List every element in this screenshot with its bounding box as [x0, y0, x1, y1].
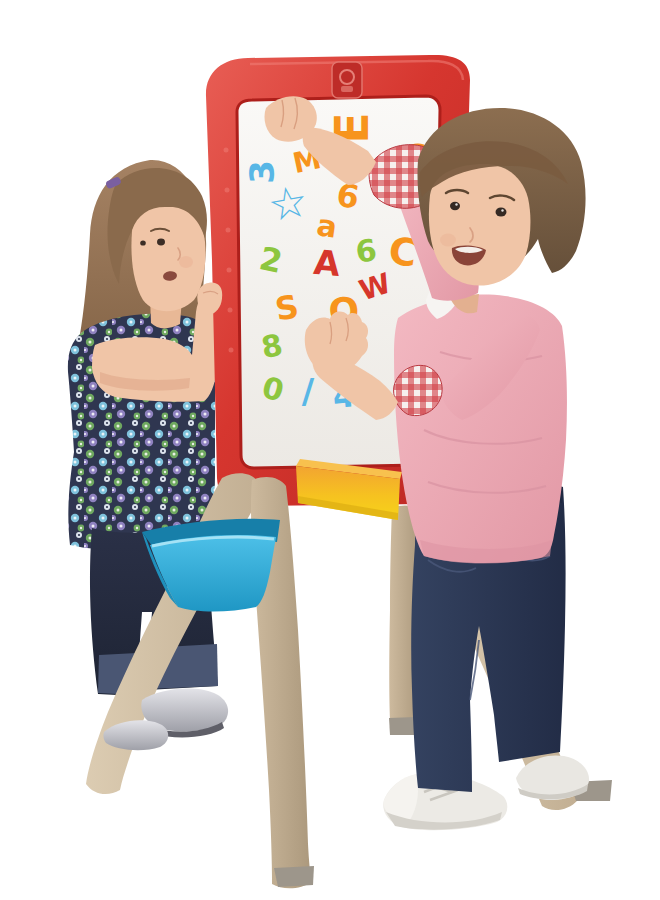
foot-pad-left-rear — [274, 866, 314, 887]
boy-eye-right — [450, 202, 460, 210]
girl-eye-far — [140, 240, 146, 245]
boy-shirt — [394, 295, 567, 564]
girl — [68, 160, 222, 696]
girl-cheek — [179, 256, 193, 268]
girl-face — [131, 203, 205, 311]
boy-eye-glint-right — [455, 203, 457, 205]
magnet-red-A: A — [312, 242, 342, 284]
girl-eye — [157, 239, 165, 246]
foot-pad-right-rear — [389, 717, 416, 735]
boy-left-cuff-gingham — [394, 365, 443, 415]
boy-eye-left — [496, 207, 507, 216]
magnet-blue-slash: / — [302, 371, 315, 411]
boy-eye-glint-left — [501, 209, 503, 211]
boy-face — [429, 164, 531, 286]
product-photo: E3M☆a62A6CWSOO80/4 — [0, 0, 660, 900]
boy-cheek — [440, 234, 456, 247]
scene: E3M☆a62A6CWSOO80/4 — [0, 0, 660, 900]
step2-logo-badge — [332, 62, 362, 98]
